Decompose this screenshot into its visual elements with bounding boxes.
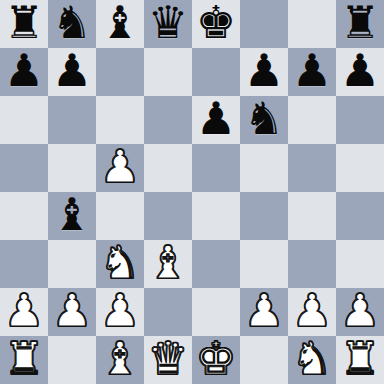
square-b3[interactable] (48, 240, 96, 288)
square-a7[interactable]: ♟ (0, 48, 48, 96)
square-g7[interactable]: ♟ (288, 48, 336, 96)
black-bishop-piece[interactable]: ♝ (100, 0, 140, 47)
black-knight-piece[interactable]: ♞ (52, 0, 92, 47)
square-c8[interactable]: ♝ (96, 0, 144, 48)
black-pawn-piece[interactable]: ♟ (52, 47, 92, 95)
square-e8[interactable]: ♚ (192, 0, 240, 48)
square-b8[interactable]: ♞ (48, 0, 96, 48)
white-pawn-piece[interactable]: ♟ (244, 287, 284, 335)
square-b4[interactable]: ♝ (48, 192, 96, 240)
square-b6[interactable] (48, 96, 96, 144)
square-f7[interactable]: ♟ (240, 48, 288, 96)
black-rook-piece[interactable]: ♜ (340, 0, 380, 47)
square-b5[interactable] (48, 144, 96, 192)
square-c2[interactable]: ♟ (96, 288, 144, 336)
square-d1[interactable]: ♛ (144, 336, 192, 384)
white-queen-piece[interactable]: ♛ (148, 335, 188, 383)
square-g1[interactable]: ♞ (288, 336, 336, 384)
square-c4[interactable] (96, 192, 144, 240)
white-pawn-piece[interactable]: ♟ (100, 143, 140, 191)
square-h3[interactable] (336, 240, 384, 288)
square-e7[interactable] (192, 48, 240, 96)
black-knight-piece[interactable]: ♞ (244, 95, 284, 143)
square-d2[interactable] (144, 288, 192, 336)
square-e5[interactable] (192, 144, 240, 192)
square-c3[interactable]: ♞ (96, 240, 144, 288)
square-b1[interactable] (48, 336, 96, 384)
square-c5[interactable]: ♟ (96, 144, 144, 192)
square-d7[interactable] (144, 48, 192, 96)
square-g5[interactable] (288, 144, 336, 192)
black-pawn-piece[interactable]: ♟ (244, 47, 284, 95)
black-pawn-piece[interactable]: ♟ (4, 47, 44, 95)
square-b7[interactable]: ♟ (48, 48, 96, 96)
square-g8[interactable] (288, 0, 336, 48)
square-h7[interactable]: ♟ (336, 48, 384, 96)
square-h8[interactable]: ♜ (336, 0, 384, 48)
square-g4[interactable] (288, 192, 336, 240)
square-e3[interactable] (192, 240, 240, 288)
square-f4[interactable] (240, 192, 288, 240)
square-d5[interactable] (144, 144, 192, 192)
white-pawn-piece[interactable]: ♟ (4, 287, 44, 335)
square-d4[interactable] (144, 192, 192, 240)
square-a6[interactable] (0, 96, 48, 144)
square-h1[interactable]: ♜ (336, 336, 384, 384)
square-a8[interactable]: ♜ (0, 0, 48, 48)
square-g6[interactable] (288, 96, 336, 144)
square-e6[interactable]: ♟ (192, 96, 240, 144)
square-c7[interactable] (96, 48, 144, 96)
black-pawn-piece[interactable]: ♟ (292, 47, 332, 95)
white-bishop-piece[interactable]: ♝ (100, 335, 140, 383)
square-h4[interactable] (336, 192, 384, 240)
square-a3[interactable] (0, 240, 48, 288)
black-pawn-piece[interactable]: ♟ (340, 47, 380, 95)
square-c6[interactable] (96, 96, 144, 144)
square-e1[interactable]: ♚ (192, 336, 240, 384)
square-a1[interactable]: ♜ (0, 336, 48, 384)
square-d6[interactable] (144, 96, 192, 144)
black-pawn-piece[interactable]: ♟ (196, 95, 236, 143)
black-bishop-piece[interactable]: ♝ (52, 191, 92, 239)
black-queen-piece[interactable]: ♛ (148, 0, 188, 47)
square-f5[interactable] (240, 144, 288, 192)
white-knight-piece[interactable]: ♞ (292, 335, 332, 383)
square-c1[interactable]: ♝ (96, 336, 144, 384)
square-f8[interactable] (240, 0, 288, 48)
square-e4[interactable] (192, 192, 240, 240)
white-pawn-piece[interactable]: ♟ (52, 287, 92, 335)
white-knight-piece[interactable]: ♞ (100, 239, 140, 287)
square-h5[interactable] (336, 144, 384, 192)
square-f3[interactable] (240, 240, 288, 288)
black-king-piece[interactable]: ♚ (196, 0, 236, 47)
black-rook-piece[interactable]: ♜ (4, 0, 44, 47)
square-g3[interactable] (288, 240, 336, 288)
square-a4[interactable] (0, 192, 48, 240)
white-bishop-piece[interactable]: ♝ (148, 239, 188, 287)
square-a2[interactable]: ♟ (0, 288, 48, 336)
square-f2[interactable]: ♟ (240, 288, 288, 336)
square-h6[interactable] (336, 96, 384, 144)
white-rook-piece[interactable]: ♜ (4, 335, 44, 383)
square-e2[interactable] (192, 288, 240, 336)
white-king-piece[interactable]: ♚ (196, 335, 236, 383)
square-a5[interactable] (0, 144, 48, 192)
white-rook-piece[interactable]: ♜ (340, 335, 380, 383)
square-f6[interactable]: ♞ (240, 96, 288, 144)
square-b2[interactable]: ♟ (48, 288, 96, 336)
white-pawn-piece[interactable]: ♟ (100, 287, 140, 335)
square-d3[interactable]: ♝ (144, 240, 192, 288)
square-f1[interactable] (240, 336, 288, 384)
square-g2[interactable]: ♟ (288, 288, 336, 336)
square-h2[interactable]: ♟ (336, 288, 384, 336)
chess-board: ♜♞♝♛♚♜♟♟♟♟♟♟♞♟♝♞♝♟♟♟♟♟♟♜♝♛♚♞♜ (0, 0, 384, 384)
white-pawn-piece[interactable]: ♟ (340, 287, 380, 335)
white-pawn-piece[interactable]: ♟ (292, 287, 332, 335)
square-d8[interactable]: ♛ (144, 0, 192, 48)
